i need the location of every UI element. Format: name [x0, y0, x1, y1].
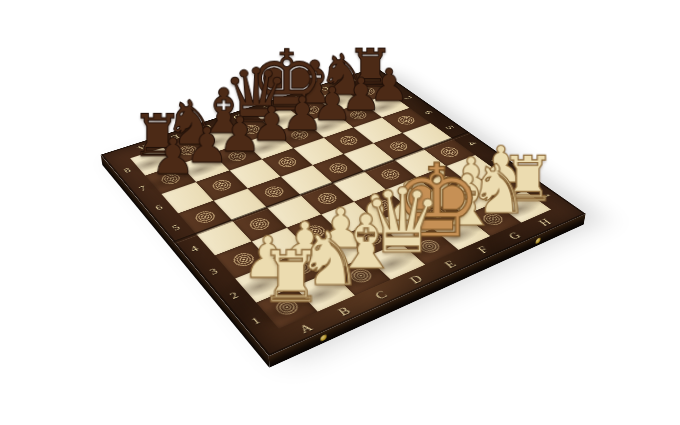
brass-clasp-icon	[320, 334, 326, 342]
chess-board: AABBCCDDEEFFGGHH1122334455667788♜♞♝♛♚♝♞♜…	[101, 67, 586, 356]
rosette-ornament	[260, 184, 288, 200]
brass-clasp-icon	[535, 237, 541, 244]
rosette-ornament	[336, 134, 362, 148]
rosette-ornament	[208, 177, 235, 193]
rosette-ornament	[191, 208, 219, 225]
piece-white-rook-a1[interactable]: ♜	[256, 241, 327, 312]
chess-set-photo: { "game": "chess", "scene_type": "wooden…	[0, 0, 680, 425]
rosette-ornament	[274, 155, 301, 170]
rosette-ornament	[325, 161, 352, 176]
